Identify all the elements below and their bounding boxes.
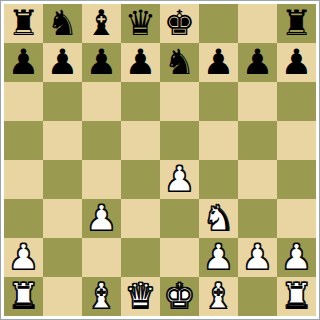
white-pawn-icon: ♟ <box>86 199 117 238</box>
square-c6[interactable] <box>82 82 121 121</box>
white-knight-icon: ♞ <box>203 199 234 238</box>
square-g8[interactable] <box>238 4 277 43</box>
square-d2[interactable] <box>121 238 160 277</box>
square-b7[interactable]: ♟ <box>43 43 82 82</box>
square-a3[interactable] <box>4 199 43 238</box>
square-c1[interactable]: ♝ <box>82 277 121 316</box>
square-h1[interactable]: ♜ <box>277 277 316 316</box>
black-king-icon: ♚ <box>164 4 195 43</box>
black-pawn-icon: ♟ <box>281 43 312 82</box>
black-knight-icon: ♞ <box>164 43 195 82</box>
black-pawn-icon: ♟ <box>86 43 117 82</box>
board-frame: ♜♞♝♛♚♜♟♟♟♟♞♟♟♟♟♟♞♟♟♟♟♜♝♛♚♝♜ <box>0 0 320 320</box>
black-pawn-icon: ♟ <box>8 43 39 82</box>
white-pawn-icon: ♟ <box>164 160 195 199</box>
black-pawn-icon: ♟ <box>203 43 234 82</box>
black-pawn-icon: ♟ <box>125 43 156 82</box>
square-h2[interactable]: ♟ <box>277 238 316 277</box>
square-a5[interactable] <box>4 121 43 160</box>
square-g1[interactable] <box>238 277 277 316</box>
square-d1[interactable]: ♛ <box>121 277 160 316</box>
square-f5[interactable] <box>199 121 238 160</box>
square-b5[interactable] <box>43 121 82 160</box>
square-e1[interactable]: ♚ <box>160 277 199 316</box>
square-g7[interactable]: ♟ <box>238 43 277 82</box>
white-bishop-icon: ♝ <box>203 277 234 316</box>
black-pawn-icon: ♟ <box>242 43 273 82</box>
white-pawn-icon: ♟ <box>8 238 39 277</box>
white-pawn-icon: ♟ <box>203 238 234 277</box>
black-queen-icon: ♛ <box>125 4 156 43</box>
square-e5[interactable] <box>160 121 199 160</box>
white-bishop-icon: ♝ <box>86 277 117 316</box>
square-b6[interactable] <box>43 82 82 121</box>
square-c5[interactable] <box>82 121 121 160</box>
square-f6[interactable] <box>199 82 238 121</box>
square-b3[interactable] <box>43 199 82 238</box>
square-f8[interactable] <box>199 4 238 43</box>
square-a4[interactable] <box>4 160 43 199</box>
square-h8[interactable]: ♜ <box>277 4 316 43</box>
square-d5[interactable] <box>121 121 160 160</box>
square-e7[interactable]: ♞ <box>160 43 199 82</box>
square-d7[interactable]: ♟ <box>121 43 160 82</box>
square-g2[interactable]: ♟ <box>238 238 277 277</box>
black-rook-icon: ♜ <box>8 4 39 43</box>
white-rook-icon: ♜ <box>281 277 312 316</box>
square-d6[interactable] <box>121 82 160 121</box>
chess-board: ♜♞♝♛♚♜♟♟♟♟♞♟♟♟♟♟♞♟♟♟♟♜♝♛♚♝♜ <box>4 4 316 316</box>
square-f4[interactable] <box>199 160 238 199</box>
square-h6[interactable] <box>277 82 316 121</box>
square-e2[interactable] <box>160 238 199 277</box>
square-a1[interactable]: ♜ <box>4 277 43 316</box>
square-h4[interactable] <box>277 160 316 199</box>
black-bishop-icon: ♝ <box>86 4 117 43</box>
square-c4[interactable] <box>82 160 121 199</box>
white-rook-icon: ♜ <box>8 277 39 316</box>
square-a6[interactable] <box>4 82 43 121</box>
square-c3[interactable]: ♟ <box>82 199 121 238</box>
white-pawn-icon: ♟ <box>281 238 312 277</box>
black-rook-icon: ♜ <box>281 4 312 43</box>
square-e4[interactable]: ♟ <box>160 160 199 199</box>
square-e8[interactable]: ♚ <box>160 4 199 43</box>
square-c7[interactable]: ♟ <box>82 43 121 82</box>
square-f7[interactable]: ♟ <box>199 43 238 82</box>
white-queen-icon: ♛ <box>125 277 156 316</box>
white-pawn-icon: ♟ <box>242 238 273 277</box>
square-c8[interactable]: ♝ <box>82 4 121 43</box>
square-b8[interactable]: ♞ <box>43 4 82 43</box>
square-e3[interactable] <box>160 199 199 238</box>
square-g3[interactable] <box>238 199 277 238</box>
square-a7[interactable]: ♟ <box>4 43 43 82</box>
square-g4[interactable] <box>238 160 277 199</box>
square-d3[interactable] <box>121 199 160 238</box>
square-f1[interactable]: ♝ <box>199 277 238 316</box>
black-pawn-icon: ♟ <box>47 43 78 82</box>
square-h3[interactable] <box>277 199 316 238</box>
square-f3[interactable]: ♞ <box>199 199 238 238</box>
square-g6[interactable] <box>238 82 277 121</box>
white-king-icon: ♚ <box>164 277 195 316</box>
square-f2[interactable]: ♟ <box>199 238 238 277</box>
square-d4[interactable] <box>121 160 160 199</box>
black-knight-icon: ♞ <box>47 4 78 43</box>
square-g5[interactable] <box>238 121 277 160</box>
square-a8[interactable]: ♜ <box>4 4 43 43</box>
square-h5[interactable] <box>277 121 316 160</box>
square-h7[interactable]: ♟ <box>277 43 316 82</box>
square-e6[interactable] <box>160 82 199 121</box>
square-a2[interactable]: ♟ <box>4 238 43 277</box>
square-b2[interactable] <box>43 238 82 277</box>
square-b4[interactable] <box>43 160 82 199</box>
square-c2[interactable] <box>82 238 121 277</box>
square-b1[interactable] <box>43 277 82 316</box>
square-d8[interactable]: ♛ <box>121 4 160 43</box>
